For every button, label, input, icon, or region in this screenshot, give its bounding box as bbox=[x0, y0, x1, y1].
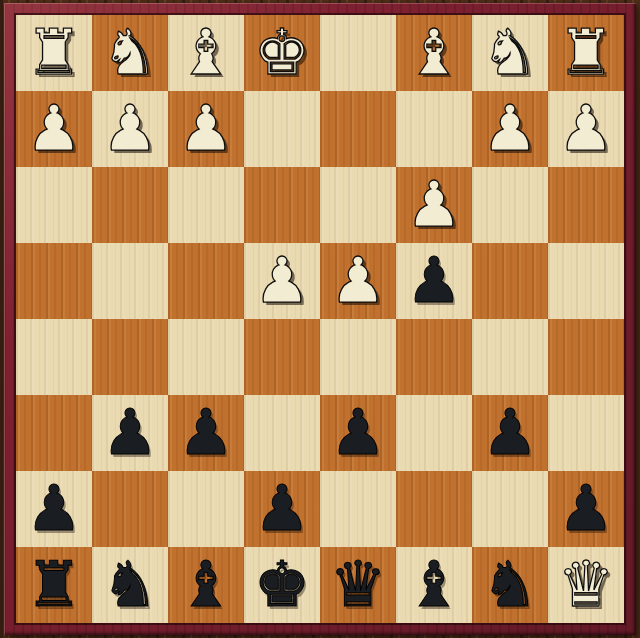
white-pawn: ♟ bbox=[320, 243, 396, 319]
square-h3[interactable] bbox=[16, 167, 92, 243]
white-queen: ♛ bbox=[548, 547, 624, 623]
white-bishop: ♝ bbox=[168, 15, 244, 91]
square-f5[interactable] bbox=[168, 319, 244, 395]
square-b1[interactable]: ♞ bbox=[472, 15, 548, 91]
square-d2[interactable] bbox=[320, 91, 396, 167]
square-d3[interactable] bbox=[320, 167, 396, 243]
square-d5[interactable] bbox=[320, 319, 396, 395]
square-g1[interactable]: ♞ bbox=[92, 15, 168, 91]
square-e6[interactable] bbox=[244, 395, 320, 471]
black-pawn: ♟ bbox=[92, 395, 168, 471]
square-b5[interactable] bbox=[472, 319, 548, 395]
square-g5[interactable] bbox=[92, 319, 168, 395]
black-knight: ♞ bbox=[472, 547, 548, 623]
square-g4[interactable] bbox=[92, 243, 168, 319]
square-e1[interactable]: ♚ bbox=[244, 15, 320, 91]
black-bishop: ♝ bbox=[168, 547, 244, 623]
square-d6[interactable]: ♟ bbox=[320, 395, 396, 471]
square-h4[interactable] bbox=[16, 243, 92, 319]
white-pawn: ♟ bbox=[168, 91, 244, 167]
white-rook: ♜ bbox=[548, 15, 624, 91]
square-e5[interactable] bbox=[244, 319, 320, 395]
square-b8[interactable]: ♞ bbox=[472, 547, 548, 623]
square-a8[interactable]: ♛ bbox=[548, 547, 624, 623]
black-rook: ♜ bbox=[16, 547, 92, 623]
square-a1[interactable]: ♜ bbox=[548, 15, 624, 91]
white-king: ♚ bbox=[244, 15, 320, 91]
white-rook: ♜ bbox=[16, 15, 92, 91]
square-f8[interactable]: ♝ bbox=[168, 547, 244, 623]
square-a5[interactable] bbox=[548, 319, 624, 395]
board-frame: ♜♞♝♚♝♞♜♟♟♟♟♟♟♟♟♟♟♟♟♟♟♟♟♜♞♝♚♛♝♞♛ bbox=[4, 3, 636, 635]
square-a4[interactable] bbox=[548, 243, 624, 319]
black-pawn: ♟ bbox=[16, 471, 92, 547]
square-b7[interactable] bbox=[472, 471, 548, 547]
square-g3[interactable] bbox=[92, 167, 168, 243]
square-a3[interactable] bbox=[548, 167, 624, 243]
black-pawn: ♟ bbox=[168, 395, 244, 471]
table-surface: ♜♞♝♚♝♞♜♟♟♟♟♟♟♟♟♟♟♟♟♟♟♟♟♜♞♝♚♛♝♞♛ bbox=[0, 0, 640, 638]
square-d1[interactable] bbox=[320, 15, 396, 91]
white-bishop: ♝ bbox=[396, 15, 472, 91]
black-queen: ♛ bbox=[320, 547, 396, 623]
square-a6[interactable] bbox=[548, 395, 624, 471]
square-h8[interactable]: ♜ bbox=[16, 547, 92, 623]
square-b4[interactable] bbox=[472, 243, 548, 319]
black-pawn: ♟ bbox=[244, 471, 320, 547]
white-knight: ♞ bbox=[92, 15, 168, 91]
white-knight: ♞ bbox=[472, 15, 548, 91]
black-bishop: ♝ bbox=[396, 547, 472, 623]
square-c6[interactable] bbox=[396, 395, 472, 471]
white-pawn: ♟ bbox=[396, 167, 472, 243]
square-e2[interactable] bbox=[244, 91, 320, 167]
square-h6[interactable] bbox=[16, 395, 92, 471]
square-f1[interactable]: ♝ bbox=[168, 15, 244, 91]
square-b3[interactable] bbox=[472, 167, 548, 243]
white-pawn: ♟ bbox=[16, 91, 92, 167]
square-h5[interactable] bbox=[16, 319, 92, 395]
square-e7[interactable]: ♟ bbox=[244, 471, 320, 547]
square-b2[interactable]: ♟ bbox=[472, 91, 548, 167]
square-f4[interactable] bbox=[168, 243, 244, 319]
square-h1[interactable]: ♜ bbox=[16, 15, 92, 91]
square-b6[interactable]: ♟ bbox=[472, 395, 548, 471]
square-d8[interactable]: ♛ bbox=[320, 547, 396, 623]
square-c3[interactable]: ♟ bbox=[396, 167, 472, 243]
black-king: ♚ bbox=[244, 547, 320, 623]
square-c1[interactable]: ♝ bbox=[396, 15, 472, 91]
square-c4[interactable]: ♟ bbox=[396, 243, 472, 319]
square-g2[interactable]: ♟ bbox=[92, 91, 168, 167]
black-pawn: ♟ bbox=[396, 243, 472, 319]
white-pawn: ♟ bbox=[92, 91, 168, 167]
square-f7[interactable] bbox=[168, 471, 244, 547]
square-e3[interactable] bbox=[244, 167, 320, 243]
square-g8[interactable]: ♞ bbox=[92, 547, 168, 623]
square-h7[interactable]: ♟ bbox=[16, 471, 92, 547]
square-d7[interactable] bbox=[320, 471, 396, 547]
black-pawn: ♟ bbox=[548, 471, 624, 547]
square-c7[interactable] bbox=[396, 471, 472, 547]
square-f6[interactable]: ♟ bbox=[168, 395, 244, 471]
square-e4[interactable]: ♟ bbox=[244, 243, 320, 319]
square-d4[interactable]: ♟ bbox=[320, 243, 396, 319]
square-g6[interactable]: ♟ bbox=[92, 395, 168, 471]
white-pawn: ♟ bbox=[472, 91, 548, 167]
white-pawn: ♟ bbox=[244, 243, 320, 319]
chess-board: ♜♞♝♚♝♞♜♟♟♟♟♟♟♟♟♟♟♟♟♟♟♟♟♜♞♝♚♛♝♞♛ bbox=[16, 15, 624, 623]
square-c8[interactable]: ♝ bbox=[396, 547, 472, 623]
square-e8[interactable]: ♚ bbox=[244, 547, 320, 623]
square-g7[interactable] bbox=[92, 471, 168, 547]
white-pawn: ♟ bbox=[548, 91, 624, 167]
black-pawn: ♟ bbox=[320, 395, 396, 471]
square-f2[interactable]: ♟ bbox=[168, 91, 244, 167]
square-c2[interactable] bbox=[396, 91, 472, 167]
square-c5[interactable] bbox=[396, 319, 472, 395]
square-a7[interactable]: ♟ bbox=[548, 471, 624, 547]
black-knight: ♞ bbox=[92, 547, 168, 623]
square-f3[interactable] bbox=[168, 167, 244, 243]
black-pawn: ♟ bbox=[472, 395, 548, 471]
square-h2[interactable]: ♟ bbox=[16, 91, 92, 167]
square-a2[interactable]: ♟ bbox=[548, 91, 624, 167]
